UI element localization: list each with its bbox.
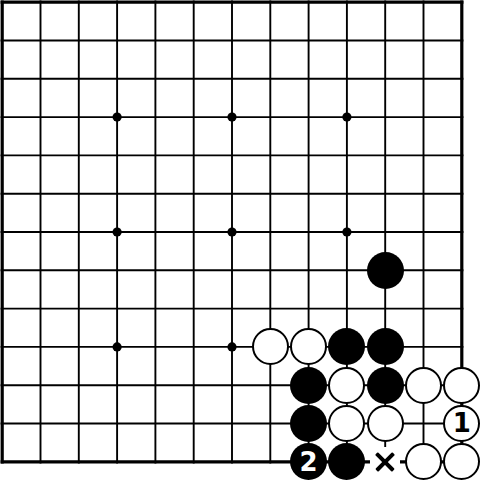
move-number-label: 2 — [300, 449, 318, 475]
go-board-diagram: 12 — [0, 0, 480, 480]
black-stone-c10-r13[interactable] — [328, 443, 365, 480]
black-stone-c9-r13[interactable]: 2 — [290, 443, 327, 480]
white-stone-c13-r13[interactable] — [443, 443, 480, 480]
black-stone-c11-r11[interactable] — [367, 367, 404, 404]
stones-layer: 12 — [0, 0, 480, 480]
white-stone-c11-r12[interactable] — [367, 405, 404, 442]
white-stone-c12-r11[interactable] — [405, 367, 442, 404]
white-stone-c13-r11[interactable] — [443, 367, 480, 404]
black-stone-c9-r12[interactable] — [290, 405, 327, 442]
white-stone-c10-r11[interactable] — [328, 367, 365, 404]
move-number-label: 1 — [453, 410, 471, 436]
black-stone-c11-r10[interactable] — [367, 328, 404, 365]
white-stone-c13-r12[interactable]: 1 — [443, 405, 480, 442]
black-stone-c9-r11[interactable] — [290, 367, 327, 404]
white-stone-c8-r10[interactable] — [252, 328, 289, 365]
x-mark[interactable] — [370, 447, 400, 477]
black-stone-c11-r8[interactable] — [367, 252, 404, 289]
white-stone-c12-r13[interactable] — [405, 443, 442, 480]
white-stone-c9-r10[interactable] — [290, 328, 327, 365]
black-stone-c10-r10[interactable] — [328, 328, 365, 365]
white-stone-c10-r12[interactable] — [328, 405, 365, 442]
